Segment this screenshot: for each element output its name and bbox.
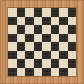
square-e4[interactable] — [42, 42, 51, 51]
square-d2[interactable] — [34, 59, 43, 68]
square-f5[interactable] — [51, 34, 60, 43]
square-h7[interactable] — [68, 17, 77, 26]
square-g5[interactable] — [59, 34, 68, 43]
square-f1[interactable] — [51, 68, 60, 77]
square-b5[interactable] — [17, 34, 26, 43]
square-c2[interactable] — [25, 59, 34, 68]
square-e2[interactable] — [42, 59, 51, 68]
square-a4[interactable] — [8, 42, 17, 51]
square-d4[interactable] — [34, 42, 43, 51]
square-a7[interactable] — [8, 17, 17, 26]
square-e7[interactable] — [42, 17, 51, 26]
square-g7[interactable] — [59, 17, 68, 26]
square-a2[interactable] — [8, 59, 17, 68]
square-a5[interactable] — [8, 34, 17, 43]
square-f2[interactable] — [51, 59, 60, 68]
square-f7[interactable] — [51, 17, 60, 26]
square-f3[interactable] — [51, 51, 60, 60]
square-g2[interactable] — [59, 59, 68, 68]
square-a1[interactable] — [8, 68, 17, 77]
square-b3[interactable] — [17, 51, 26, 60]
square-d6[interactable] — [34, 25, 43, 34]
square-e5[interactable] — [42, 34, 51, 43]
square-h5[interactable] — [68, 34, 77, 43]
square-c8[interactable] — [25, 8, 34, 17]
square-c3[interactable] — [25, 51, 34, 60]
square-g4[interactable] — [59, 42, 68, 51]
square-e8[interactable] — [42, 8, 51, 17]
square-a6[interactable] — [8, 25, 17, 34]
square-f6[interactable] — [51, 25, 60, 34]
square-a3[interactable] — [8, 51, 17, 60]
chess-board[interactable] — [8, 8, 76, 76]
square-c4[interactable] — [25, 42, 34, 51]
square-b1[interactable] — [17, 68, 26, 77]
square-d3[interactable] — [34, 51, 43, 60]
square-d5[interactable] — [34, 34, 43, 43]
square-b2[interactable] — [17, 59, 26, 68]
square-c1[interactable] — [25, 68, 34, 77]
square-e6[interactable] — [42, 25, 51, 34]
square-g1[interactable] — [59, 68, 68, 77]
square-h6[interactable] — [68, 25, 77, 34]
square-e3[interactable] — [42, 51, 51, 60]
square-g8[interactable] — [59, 8, 68, 17]
square-b7[interactable] — [17, 17, 26, 26]
square-e1[interactable] — [42, 68, 51, 77]
square-h1[interactable] — [68, 68, 77, 77]
square-a8[interactable] — [8, 8, 17, 17]
square-h3[interactable] — [68, 51, 77, 60]
square-d7[interactable] — [34, 17, 43, 26]
square-c5[interactable] — [25, 34, 34, 43]
square-d8[interactable] — [34, 8, 43, 17]
square-f8[interactable] — [51, 8, 60, 17]
square-h2[interactable] — [68, 59, 77, 68]
square-b6[interactable] — [17, 25, 26, 34]
square-c6[interactable] — [25, 25, 34, 34]
square-b4[interactable] — [17, 42, 26, 51]
square-c7[interactable] — [25, 17, 34, 26]
square-f4[interactable] — [51, 42, 60, 51]
square-h4[interactable] — [68, 42, 77, 51]
square-g3[interactable] — [59, 51, 68, 60]
square-g6[interactable] — [59, 25, 68, 34]
square-h8[interactable] — [68, 8, 77, 17]
square-b8[interactable] — [17, 8, 26, 17]
square-d1[interactable] — [34, 68, 43, 77]
board-screenshot — [0, 0, 84, 84]
